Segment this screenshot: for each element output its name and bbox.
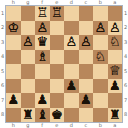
square-e5[interactable] xyxy=(50,64,65,79)
black-pawn-d6[interactable]: ♟ xyxy=(65,79,77,94)
square-g4[interactable] xyxy=(21,50,36,65)
square-h5[interactable] xyxy=(6,64,21,79)
square-b5[interactable] xyxy=(93,64,108,79)
black-rook-g8[interactable]: ♜ xyxy=(22,108,34,123)
white-pawn-b2[interactable]: ♙ xyxy=(94,21,106,36)
square-g2[interactable] xyxy=(21,21,36,36)
square-e8[interactable]: ♚ xyxy=(50,108,65,123)
black-king-e8[interactable]: ♚ xyxy=(51,108,63,123)
file-label-f: f xyxy=(35,123,50,128)
black-pawn-f7[interactable]: ♟ xyxy=(36,93,48,108)
rank-label-3: 3 xyxy=(123,35,128,50)
square-f7[interactable]: ♟ xyxy=(35,93,50,108)
file-label-b: b xyxy=(93,123,108,128)
file-label-a: a xyxy=(108,123,123,128)
white-rook-f1[interactable]: ♖ xyxy=(36,6,48,21)
rank-label-8: 8 xyxy=(0,108,5,123)
white-pawn-g3[interactable]: ♙ xyxy=(22,35,34,50)
square-h4[interactable] xyxy=(6,50,21,65)
file-label-h: h xyxy=(6,0,21,5)
square-h3[interactable] xyxy=(6,35,21,50)
file-labels-top: hgfedcba xyxy=(6,0,122,5)
black-pawn-c7[interactable]: ♟ xyxy=(80,93,92,108)
square-d4[interactable] xyxy=(64,50,79,65)
square-g7[interactable] xyxy=(21,93,36,108)
square-h7[interactable]: ♟ xyxy=(6,93,21,108)
square-a1[interactable] xyxy=(108,6,123,21)
square-d3[interactable]: ♙ xyxy=(64,35,79,50)
rank-labels-left: 12345678 xyxy=(0,6,5,122)
white-pawn-a2[interactable]: ♙ xyxy=(109,21,121,36)
square-g5[interactable] xyxy=(21,64,36,79)
square-c5[interactable] xyxy=(79,64,94,79)
square-g3[interactable]: ♙ xyxy=(21,35,36,50)
square-f8[interactable]: ♝ xyxy=(35,108,50,123)
rank-label-6: 6 xyxy=(0,79,5,94)
white-knight-a3[interactable]: ♘ xyxy=(109,35,121,50)
square-d2[interactable] xyxy=(64,21,79,36)
white-pawn-d3[interactable]: ♙ xyxy=(65,35,77,50)
file-label-c: c xyxy=(79,0,94,5)
square-f4[interactable]: ♗ xyxy=(35,50,50,65)
square-f3[interactable]: ♛ xyxy=(35,35,50,50)
chess-board: ♖♖♔♙♙♙♙♛♙♙♘♗♘♕♟♟♟♟♟♜♝♚♜ xyxy=(6,6,122,122)
rank-label-3: 3 xyxy=(0,35,5,50)
square-h8[interactable] xyxy=(6,108,21,123)
file-labels-bottom: hgfedcba xyxy=(6,123,122,128)
square-c8[interactable] xyxy=(79,108,94,123)
rank-label-7: 7 xyxy=(123,93,128,108)
file-label-e: e xyxy=(50,123,65,128)
rank-label-4: 4 xyxy=(123,50,128,65)
square-c2[interactable] xyxy=(79,21,94,36)
square-c4[interactable] xyxy=(79,50,94,65)
black-pawn-h7[interactable]: ♟ xyxy=(7,93,19,108)
rank-label-1: 1 xyxy=(123,6,128,21)
square-h1[interactable] xyxy=(6,6,21,21)
file-label-g: g xyxy=(21,0,36,5)
square-b8[interactable] xyxy=(93,108,108,123)
chess-board-frame: ♖♖♔♙♙♙♙♛♙♙♘♗♘♕♟♟♟♟♟♜♝♚♜ xyxy=(5,5,123,123)
square-a3[interactable]: ♘ xyxy=(108,35,123,50)
square-b2[interactable]: ♙ xyxy=(93,21,108,36)
square-e4[interactable] xyxy=(50,50,65,65)
square-e2[interactable] xyxy=(50,21,65,36)
square-a5[interactable]: ♕ xyxy=(108,64,123,79)
rank-label-5: 5 xyxy=(0,64,5,79)
square-g1[interactable] xyxy=(21,6,36,21)
square-f1[interactable]: ♖ xyxy=(35,6,50,21)
square-h6[interactable] xyxy=(6,79,21,94)
file-label-a: a xyxy=(108,0,123,5)
rank-label-2: 2 xyxy=(0,21,5,36)
square-f2[interactable]: ♙ xyxy=(35,21,50,36)
square-b7[interactable] xyxy=(93,93,108,108)
file-label-g: g xyxy=(21,123,36,128)
square-c6[interactable] xyxy=(79,79,94,94)
rank-label-2: 2 xyxy=(123,21,128,36)
white-king-h2[interactable]: ♔ xyxy=(7,21,19,36)
rank-label-8: 8 xyxy=(123,108,128,123)
rank-label-5: 5 xyxy=(123,64,128,79)
rank-label-4: 4 xyxy=(0,50,5,65)
file-label-c: c xyxy=(79,123,94,128)
square-a7[interactable] xyxy=(108,93,123,108)
file-label-h: h xyxy=(6,123,21,128)
square-e3[interactable] xyxy=(50,35,65,50)
square-d5[interactable] xyxy=(64,64,79,79)
rank-labels-right: 12345678 xyxy=(123,6,128,122)
square-e1[interactable]: ♖ xyxy=(50,6,65,21)
black-pawn-a6[interactable]: ♟ xyxy=(109,79,121,94)
black-rook-a8[interactable]: ♜ xyxy=(109,108,121,123)
square-f5[interactable] xyxy=(35,64,50,79)
square-d7[interactable] xyxy=(64,93,79,108)
square-f6[interactable] xyxy=(35,79,50,94)
square-b4[interactable]: ♘ xyxy=(93,50,108,65)
square-d6[interactable]: ♟ xyxy=(64,79,79,94)
square-a6[interactable]: ♟ xyxy=(108,79,123,94)
square-a2[interactable]: ♙ xyxy=(108,21,123,36)
white-bishop-f4[interactable]: ♗ xyxy=(36,50,48,65)
square-a4[interactable] xyxy=(108,50,123,65)
rank-label-6: 6 xyxy=(123,79,128,94)
file-label-d: d xyxy=(64,123,79,128)
square-c1[interactable] xyxy=(79,6,94,21)
square-d8[interactable] xyxy=(64,108,79,123)
square-g6[interactable] xyxy=(21,79,36,94)
white-queen-a5[interactable]: ♕ xyxy=(109,64,121,79)
white-pawn-c3[interactable]: ♙ xyxy=(80,35,92,50)
square-h2[interactable]: ♔ xyxy=(6,21,21,36)
white-knight-b4[interactable]: ♘ xyxy=(94,50,106,65)
file-label-d: d xyxy=(64,0,79,5)
square-c7[interactable]: ♟ xyxy=(79,93,94,108)
square-g8[interactable]: ♜ xyxy=(21,108,36,123)
square-d1[interactable] xyxy=(64,6,79,21)
square-b1[interactable] xyxy=(93,6,108,21)
file-label-b: b xyxy=(93,0,108,5)
black-queen-f3[interactable]: ♛ xyxy=(36,35,48,50)
square-b3[interactable] xyxy=(93,35,108,50)
white-rook-e1[interactable]: ♖ xyxy=(51,6,63,21)
square-e7[interactable] xyxy=(50,93,65,108)
square-a8[interactable]: ♜ xyxy=(108,108,123,123)
square-e6[interactable] xyxy=(50,79,65,94)
square-c3[interactable]: ♙ xyxy=(79,35,94,50)
black-bishop-f8[interactable]: ♝ xyxy=(36,108,48,123)
file-label-f: f xyxy=(35,0,50,5)
white-pawn-f2[interactable]: ♙ xyxy=(36,21,48,36)
square-b6[interactable] xyxy=(93,79,108,94)
rank-label-1: 1 xyxy=(0,6,5,21)
file-label-e: e xyxy=(50,0,65,5)
rank-label-7: 7 xyxy=(0,93,5,108)
